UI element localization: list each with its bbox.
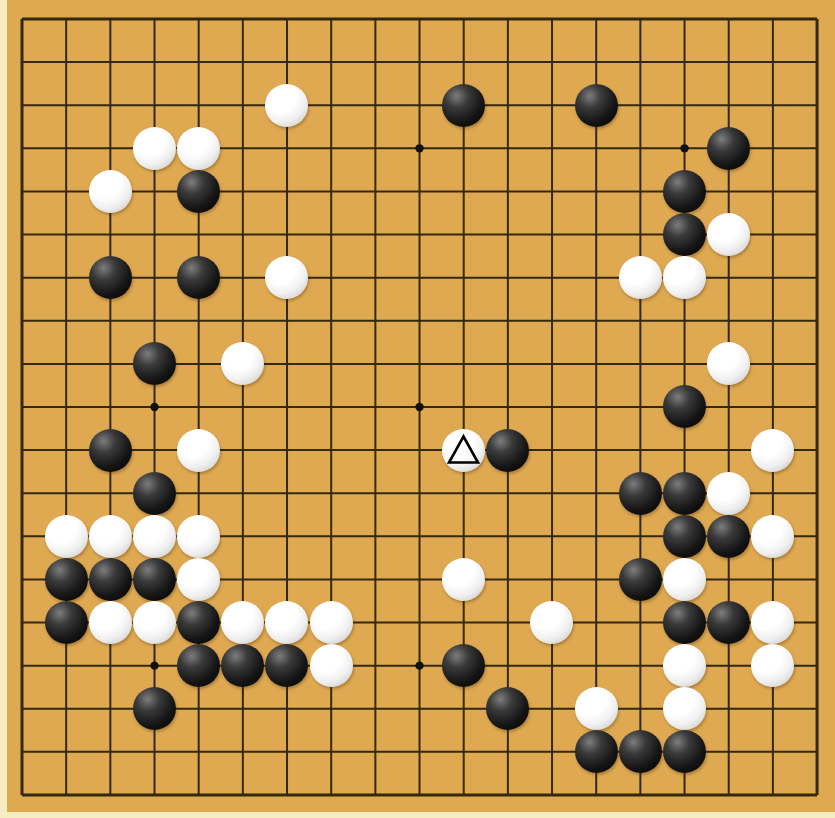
board-intersection[interactable] [132, 127, 176, 170]
board-intersection[interactable] [662, 730, 706, 773]
board-intersection[interactable] [88, 515, 132, 558]
stones-grid [0, 0, 835, 817]
stone-white [221, 601, 264, 644]
stone-black [575, 84, 618, 127]
stone-white [751, 515, 794, 558]
stone-white [177, 515, 220, 558]
stone-white [707, 472, 750, 515]
board-intersection[interactable] [618, 558, 662, 601]
stone-black [45, 558, 88, 601]
board-intersection[interactable] [88, 256, 132, 299]
board-intersection[interactable] [177, 170, 221, 213]
stone-black [707, 515, 750, 558]
stone-black [707, 601, 750, 644]
stone-black [177, 601, 220, 644]
stone-black [133, 472, 176, 515]
stone-white [45, 515, 88, 558]
stone-black [486, 687, 529, 730]
stone-white [663, 644, 706, 687]
triangle-mark [442, 429, 485, 472]
stone-white [663, 256, 706, 299]
stone-white [575, 687, 618, 730]
board-intersection[interactable] [88, 558, 132, 601]
stone-white [177, 127, 220, 170]
stone-white [663, 687, 706, 730]
board-intersection[interactable] [221, 644, 265, 687]
board-intersection[interactable] [706, 472, 750, 515]
board-intersection[interactable] [486, 687, 530, 730]
stone-black [89, 256, 132, 299]
stone-black [707, 127, 750, 170]
stone-white [89, 170, 132, 213]
stone-white [751, 429, 794, 472]
stone-white [751, 644, 794, 687]
stone-black [133, 342, 176, 385]
board-intersection[interactable] [751, 644, 795, 687]
board-intersection[interactable] [132, 342, 176, 385]
board-intersection[interactable] [486, 429, 530, 472]
stone-white [707, 213, 750, 256]
board-intersection[interactable] [662, 472, 706, 515]
board-intersection[interactable] [662, 644, 706, 687]
stone-black [89, 558, 132, 601]
stone-white [751, 601, 794, 644]
board-intersection[interactable] [265, 644, 309, 687]
board-intersection[interactable] [132, 601, 176, 644]
board-intersection[interactable] [177, 127, 221, 170]
stone-black [663, 170, 706, 213]
board-intersection[interactable] [618, 256, 662, 299]
stone-white [177, 558, 220, 601]
stone-black [663, 515, 706, 558]
board-intersection[interactable] [265, 601, 309, 644]
board-intersection[interactable] [132, 687, 176, 730]
stone-black [486, 429, 529, 472]
board-intersection[interactable] [221, 342, 265, 385]
board-intersection[interactable] [441, 84, 485, 127]
board-intersection[interactable] [265, 84, 309, 127]
stone-black [133, 687, 176, 730]
stone-black [663, 213, 706, 256]
stone-white [310, 601, 353, 644]
board-intersection[interactable] [44, 515, 88, 558]
stone-black [177, 256, 220, 299]
board-intersection[interactable] [662, 256, 706, 299]
board-intersection[interactable] [177, 429, 221, 472]
stone-black [663, 601, 706, 644]
stone-white [530, 601, 573, 644]
board-intersection[interactable] [662, 601, 706, 644]
board-intersection[interactable] [177, 558, 221, 601]
stone-white [442, 558, 485, 601]
board-intersection[interactable] [662, 687, 706, 730]
board-intersection[interactable] [309, 644, 353, 687]
stone-black [663, 472, 706, 515]
stone-black [45, 601, 88, 644]
stone-black [619, 730, 662, 773]
board-intersection[interactable] [662, 558, 706, 601]
stone-white [707, 342, 750, 385]
board-intersection[interactable] [706, 601, 750, 644]
board-intersection[interactable] [177, 515, 221, 558]
board-intersection[interactable] [574, 84, 618, 127]
board-intersection[interactable] [706, 127, 750, 170]
board-intersection[interactable] [132, 515, 176, 558]
board-intersection[interactable] [441, 429, 485, 472]
board-intersection[interactable] [177, 601, 221, 644]
board-intersection[interactable] [441, 558, 485, 601]
board-intersection[interactable] [706, 342, 750, 385]
stone-white [221, 342, 264, 385]
stone-black [575, 730, 618, 773]
board-intersection[interactable] [618, 472, 662, 515]
stone-white [89, 601, 132, 644]
board-intersection[interactable] [751, 601, 795, 644]
board-intersection[interactable] [88, 170, 132, 213]
stone-white [133, 515, 176, 558]
stone-white [310, 644, 353, 687]
stone-white [177, 429, 220, 472]
board-intersection[interactable] [221, 601, 265, 644]
board-intersection[interactable] [662, 385, 706, 428]
stone-white [265, 601, 308, 644]
stone-black [133, 558, 176, 601]
board-intersection[interactable] [662, 515, 706, 558]
board-intersection[interactable] [265, 256, 309, 299]
board-intersection[interactable] [574, 730, 618, 773]
board-intersection[interactable] [618, 730, 662, 773]
board-intersection[interactable] [574, 687, 618, 730]
stone-black [442, 644, 485, 687]
board-intersection[interactable] [751, 429, 795, 472]
stone-white [619, 256, 662, 299]
board-intersection[interactable] [132, 558, 176, 601]
stone-black [265, 644, 308, 687]
board-intersection[interactable] [44, 558, 88, 601]
stone-white [663, 558, 706, 601]
go-board[interactable] [7, 0, 835, 812]
stone-white-triangle-marked [442, 429, 485, 472]
stone-black [442, 84, 485, 127]
stone-black [221, 644, 264, 687]
stone-white [265, 256, 308, 299]
board-intersection[interactable] [88, 429, 132, 472]
board-intersection[interactable] [88, 601, 132, 644]
stone-black [619, 472, 662, 515]
board-intersection[interactable] [44, 601, 88, 644]
board-intersection[interactable] [309, 601, 353, 644]
stone-black [663, 730, 706, 773]
stone-white [89, 515, 132, 558]
stone-white [265, 84, 308, 127]
stone-black [619, 558, 662, 601]
stone-black [177, 170, 220, 213]
board-intersection[interactable] [751, 515, 795, 558]
stone-black [177, 644, 220, 687]
stone-black [663, 385, 706, 428]
board-intersection[interactable] [441, 644, 485, 687]
board-intersection[interactable] [177, 644, 221, 687]
board-intersection[interactable] [662, 213, 706, 256]
board-intersection[interactable] [706, 515, 750, 558]
board-intersection[interactable] [132, 472, 176, 515]
board-intersection[interactable] [530, 601, 574, 644]
board-intersection[interactable] [706, 213, 750, 256]
stone-white [133, 127, 176, 170]
stone-white [133, 601, 176, 644]
board-intersection[interactable] [177, 256, 221, 299]
board-intersection[interactable] [662, 170, 706, 213]
stone-black [89, 429, 132, 472]
